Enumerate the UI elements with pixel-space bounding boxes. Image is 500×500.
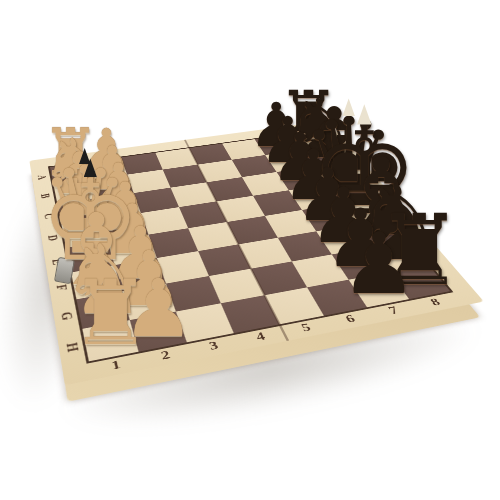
piece-black-pawn[interactable]: ♟ xyxy=(337,222,422,307)
black-king-finial xyxy=(357,104,371,124)
scene: ABCDEFGH 87654321 ♜♞♝♛♚♝♞♜♟♟♟♟♟♟♟♟♟♟♟♟♟♟… xyxy=(0,0,500,500)
piece-white-rook[interactable]: ♜ xyxy=(65,269,155,359)
white-king-finial xyxy=(84,158,97,177)
